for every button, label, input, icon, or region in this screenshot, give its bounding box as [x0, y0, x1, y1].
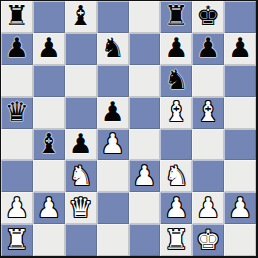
- square-c5[interactable]: [65, 97, 97, 129]
- square-d8[interactable]: [97, 1, 129, 33]
- piece-black-pawn[interactable]: ♟: [228, 34, 252, 61]
- square-e5[interactable]: [129, 97, 161, 129]
- square-h8[interactable]: [224, 1, 256, 33]
- piece-white-pawn[interactable]: ♟: [132, 162, 156, 189]
- piece-black-rook[interactable]: ♜: [164, 2, 188, 29]
- square-g3[interactable]: [192, 160, 224, 192]
- square-e4[interactable]: [129, 129, 161, 161]
- square-c8[interactable]: ♝: [65, 1, 97, 33]
- piece-black-pawn[interactable]: ♟: [37, 34, 61, 61]
- square-h1[interactable]: [224, 224, 256, 256]
- piece-black-queen[interactable]: ♛: [5, 98, 29, 125]
- square-h5[interactable]: [224, 97, 256, 129]
- piece-white-knight[interactable]: ♞: [164, 162, 188, 189]
- square-h3[interactable]: [224, 160, 256, 192]
- square-d7[interactable]: ♞: [97, 33, 129, 65]
- square-a1[interactable]: ♜: [1, 224, 33, 256]
- square-d4[interactable]: ♟: [97, 129, 129, 161]
- square-h4[interactable]: [224, 129, 256, 161]
- square-e3[interactable]: ♟: [129, 160, 161, 192]
- square-f8[interactable]: ♜: [160, 1, 192, 33]
- piece-black-knight[interactable]: ♞: [100, 34, 124, 61]
- square-b1[interactable]: [33, 224, 65, 256]
- square-g8[interactable]: ♚: [192, 1, 224, 33]
- square-a3[interactable]: [1, 160, 33, 192]
- piece-white-pawn[interactable]: ♟: [164, 194, 188, 221]
- piece-black-pawn[interactable]: ♟: [164, 34, 188, 61]
- square-g5[interactable]: ♝: [192, 97, 224, 129]
- square-c3[interactable]: ♞: [65, 160, 97, 192]
- square-g7[interactable]: ♟: [192, 33, 224, 65]
- square-d1[interactable]: [97, 224, 129, 256]
- square-a8[interactable]: ♜: [1, 1, 33, 33]
- piece-black-pawn[interactable]: ♟: [5, 34, 29, 61]
- piece-white-bishop[interactable]: ♝: [164, 98, 188, 125]
- square-e6[interactable]: [129, 65, 161, 97]
- square-e7[interactable]: [129, 33, 161, 65]
- square-b5[interactable]: [33, 97, 65, 129]
- piece-white-rook[interactable]: ♜: [5, 226, 29, 253]
- square-c1[interactable]: [65, 224, 97, 256]
- piece-black-rook[interactable]: ♜: [5, 2, 29, 29]
- square-g6[interactable]: [192, 65, 224, 97]
- square-a6[interactable]: [1, 65, 33, 97]
- square-f2[interactable]: ♟: [160, 192, 192, 224]
- piece-white-pawn[interactable]: ♟: [196, 194, 220, 221]
- square-a4[interactable]: [1, 129, 33, 161]
- piece-black-knight[interactable]: ♞: [164, 66, 188, 93]
- square-g2[interactable]: ♟: [192, 192, 224, 224]
- piece-white-pawn[interactable]: ♟: [37, 194, 61, 221]
- piece-black-pawn[interactable]: ♟: [100, 98, 124, 125]
- piece-black-pawn[interactable]: ♟: [69, 130, 93, 157]
- piece-white-rook[interactable]: ♜: [164, 226, 188, 253]
- square-e1[interactable]: [129, 224, 161, 256]
- square-f1[interactable]: ♜: [160, 224, 192, 256]
- piece-white-pawn[interactable]: ♟: [100, 130, 124, 157]
- square-e8[interactable]: [129, 1, 161, 33]
- piece-white-pawn[interactable]: ♟: [228, 194, 252, 221]
- square-b7[interactable]: ♟: [33, 33, 65, 65]
- square-e2[interactable]: [129, 192, 161, 224]
- chess-board: ♜♝♜♚♟♟♞♟♟♟♞♛♟♝♝♝♟♟♞♟♞♟♟♛♟♟♟♜♜♚: [0, 0, 258, 258]
- square-b8[interactable]: [33, 1, 65, 33]
- piece-black-bishop[interactable]: ♝: [69, 2, 93, 29]
- square-c6[interactable]: [65, 65, 97, 97]
- square-a2[interactable]: ♟: [1, 192, 33, 224]
- piece-black-king[interactable]: ♚: [196, 2, 220, 29]
- piece-black-pawn[interactable]: ♟: [196, 34, 220, 61]
- square-f7[interactable]: ♟: [160, 33, 192, 65]
- square-c4[interactable]: ♟: [65, 129, 97, 161]
- chess-app-window: ♜♝♜♚♟♟♞♟♟♟♞♛♟♝♝♝♟♟♞♟♞♟♟♛♟♟♟♜♜♚: [0, 0, 258, 258]
- square-d2[interactable]: [97, 192, 129, 224]
- piece-white-pawn[interactable]: ♟: [5, 194, 29, 221]
- square-b3[interactable]: [33, 160, 65, 192]
- piece-white-knight[interactable]: ♞: [69, 162, 93, 189]
- square-f6[interactable]: ♞: [160, 65, 192, 97]
- square-h2[interactable]: ♟: [224, 192, 256, 224]
- square-g1[interactable]: ♚: [192, 224, 224, 256]
- square-f5[interactable]: ♝: [160, 97, 192, 129]
- square-a5[interactable]: ♛: [1, 97, 33, 129]
- square-d6[interactable]: [97, 65, 129, 97]
- square-d3[interactable]: [97, 160, 129, 192]
- piece-white-king[interactable]: ♚: [196, 226, 220, 253]
- square-b2[interactable]: ♟: [33, 192, 65, 224]
- piece-white-queen[interactable]: ♛: [69, 194, 93, 221]
- square-h7[interactable]: ♟: [224, 33, 256, 65]
- square-d5[interactable]: ♟: [97, 97, 129, 129]
- square-f3[interactable]: ♞: [160, 160, 192, 192]
- square-h6[interactable]: [224, 65, 256, 97]
- square-g4[interactable]: [192, 129, 224, 161]
- square-b6[interactable]: [33, 65, 65, 97]
- piece-white-bishop[interactable]: ♝: [196, 98, 220, 125]
- square-f4[interactable]: [160, 129, 192, 161]
- square-c2[interactable]: ♛: [65, 192, 97, 224]
- piece-black-bishop[interactable]: ♝: [37, 130, 61, 157]
- square-a7[interactable]: ♟: [1, 33, 33, 65]
- square-c7[interactable]: [65, 33, 97, 65]
- square-b4[interactable]: ♝: [33, 129, 65, 161]
